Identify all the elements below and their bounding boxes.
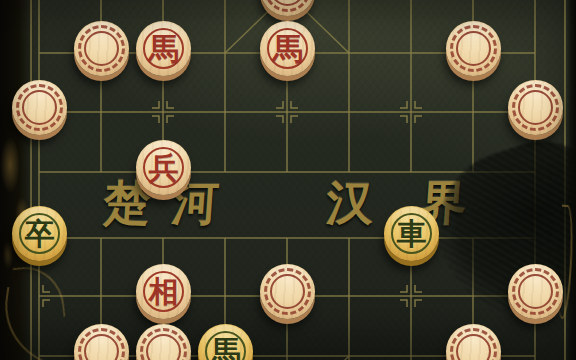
hidden-piece-inner-ring bbox=[22, 90, 57, 125]
piece-character: 車 bbox=[384, 206, 439, 261]
piece-character: 卒 bbox=[12, 206, 67, 261]
piece-character: 馬 bbox=[136, 21, 191, 76]
hidden-piece[interactable] bbox=[74, 21, 129, 76]
red-horse[interactable]: 馬 bbox=[260, 21, 315, 76]
hidden-piece-inner-ring bbox=[456, 31, 491, 66]
hidden-piece-inner-ring bbox=[518, 274, 553, 309]
hidden-piece[interactable] bbox=[12, 80, 67, 135]
red-pawn[interactable]: 兵 bbox=[136, 140, 191, 195]
xiangqi-board: 楚河汉界 馬馬兵卒車相馬 bbox=[0, 0, 576, 360]
hidden-piece[interactable] bbox=[446, 21, 501, 76]
hidden-piece-inner-ring bbox=[84, 31, 119, 66]
piece-character: 馬 bbox=[260, 21, 315, 76]
hidden-piece-inner-ring bbox=[270, 274, 305, 309]
hidden-piece[interactable] bbox=[508, 264, 563, 319]
black-pawn[interactable]: 卒 bbox=[12, 206, 67, 261]
red-elephant[interactable]: 相 bbox=[136, 264, 191, 319]
hidden-piece[interactable] bbox=[508, 80, 563, 135]
piece-character: 兵 bbox=[136, 140, 191, 195]
piece-character: 相 bbox=[136, 264, 191, 319]
red-horse[interactable]: 馬 bbox=[136, 21, 191, 76]
black-chariot[interactable]: 車 bbox=[384, 206, 439, 261]
river-text-char: 汉 bbox=[325, 180, 375, 227]
piece-character: 馬 bbox=[198, 324, 253, 360]
black-horse[interactable]: 馬 bbox=[198, 324, 253, 360]
hidden-piece-inner-ring bbox=[518, 90, 553, 125]
hidden-piece[interactable] bbox=[260, 264, 315, 319]
